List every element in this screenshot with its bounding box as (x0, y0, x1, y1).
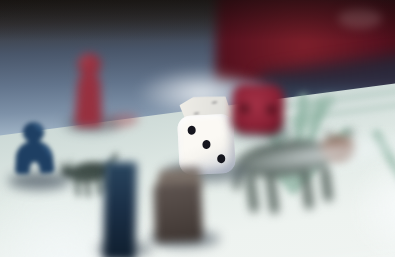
board-game-photo (0, 0, 395, 257)
vignette-overlay (0, 0, 395, 257)
